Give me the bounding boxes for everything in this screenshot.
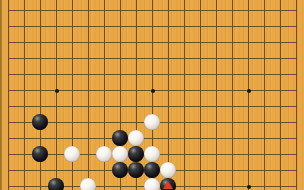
- black-stone[interactable]: [112, 130, 128, 146]
- grid-line-horizontal: [8, 26, 297, 27]
- black-stone[interactable]: [32, 146, 48, 162]
- grid-line-vertical: [56, 0, 57, 190]
- grid-line-vertical: [184, 0, 185, 190]
- grid-line-horizontal: [8, 42, 297, 43]
- grid-line-horizontal: [8, 58, 297, 59]
- grid-line-horizontal: [8, 138, 297, 139]
- grid-line-vertical: [200, 0, 201, 190]
- last-move-triangle-marker: [163, 181, 173, 189]
- white-stone[interactable]: [160, 162, 176, 178]
- grid-line-vertical: [88, 0, 89, 190]
- white-stone[interactable]: [64, 146, 80, 162]
- star-point: [55, 89, 59, 93]
- star-point: [247, 185, 251, 189]
- black-stone[interactable]: [160, 178, 176, 190]
- white-stone[interactable]: [144, 114, 160, 130]
- grid-line-horizontal: [8, 74, 297, 75]
- black-stone[interactable]: [128, 146, 144, 162]
- grid-line-horizontal: [8, 106, 297, 107]
- grid-line-horizontal: [8, 10, 297, 11]
- black-stone[interactable]: [48, 178, 64, 190]
- star-point: [247, 89, 251, 93]
- black-stone[interactable]: [32, 114, 48, 130]
- grid-line-vertical: [280, 0, 281, 190]
- white-stone[interactable]: [144, 146, 160, 162]
- white-stone[interactable]: [112, 146, 128, 162]
- grid-line-vertical: [216, 0, 217, 190]
- go-board[interactable]: [0, 0, 304, 190]
- star-point: [151, 89, 155, 93]
- white-stone[interactable]: [96, 146, 112, 162]
- white-stone[interactable]: [144, 178, 160, 190]
- grid-line-vertical: [232, 0, 233, 190]
- go-app-screenshot: [0, 0, 304, 190]
- white-stone[interactable]: [128, 130, 144, 146]
- grid-line-vertical: [264, 0, 265, 190]
- grid-line-vertical: [24, 0, 25, 190]
- black-stone[interactable]: [112, 162, 128, 178]
- board-left-edge-shade: [0, 0, 2, 190]
- white-stone[interactable]: [80, 178, 96, 190]
- grid-line-vertical: [296, 0, 297, 190]
- black-stone[interactable]: [128, 162, 144, 178]
- black-stone[interactable]: [144, 162, 160, 178]
- grid-line-vertical: [8, 0, 9, 190]
- grid-line-vertical: [248, 0, 249, 190]
